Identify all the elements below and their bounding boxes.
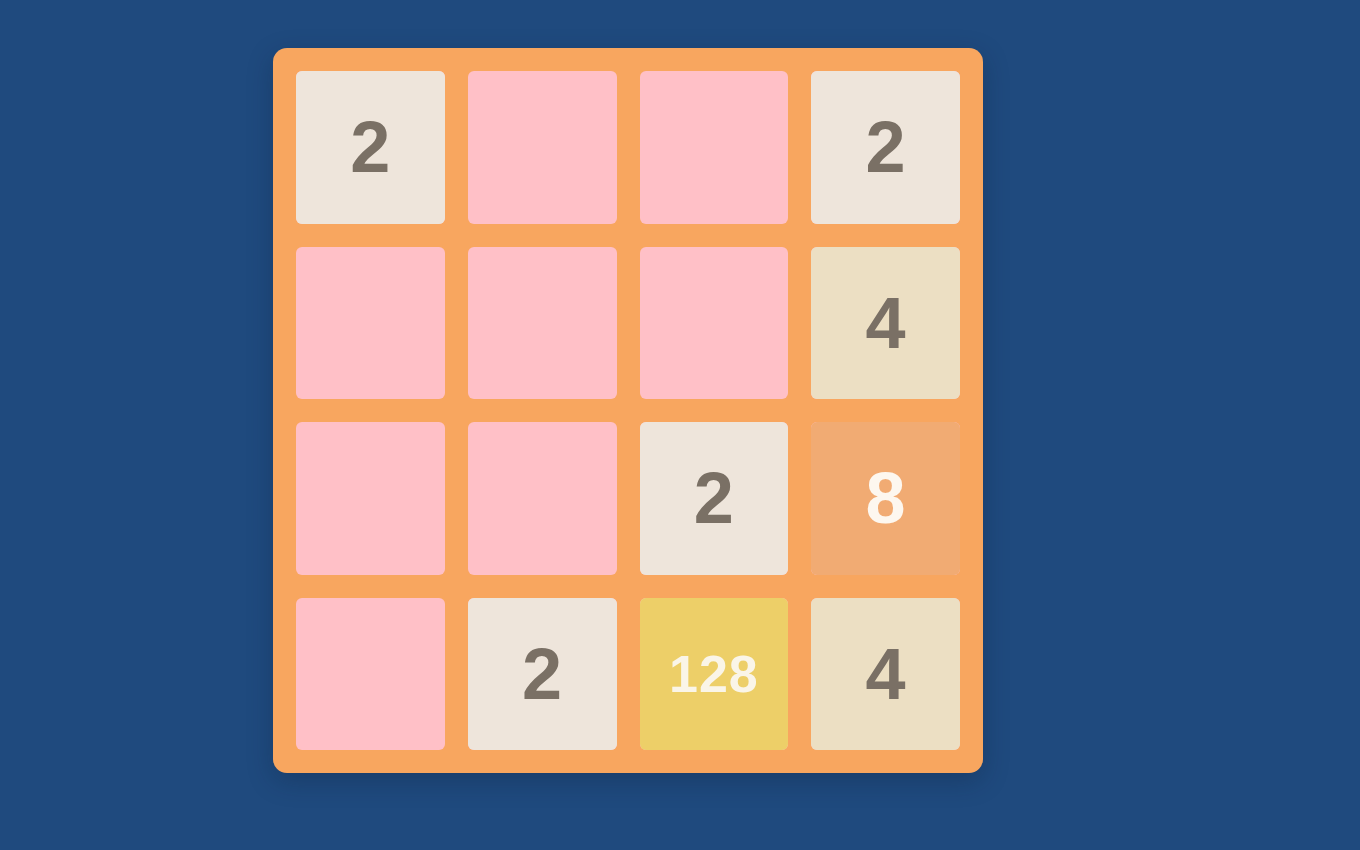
cell-r2c3 bbox=[640, 247, 789, 400]
cell-r2c4: 4 bbox=[811, 247, 960, 400]
cell-r3c2 bbox=[468, 422, 617, 575]
tile-2-r3c3: 2 bbox=[640, 422, 789, 575]
tile-4-r2c4: 4 bbox=[811, 247, 960, 400]
2048-board[interactable]: 2242821284 bbox=[273, 48, 983, 773]
cell-r4c4: 4 bbox=[811, 598, 960, 751]
cell-r1c4: 2 bbox=[811, 71, 960, 224]
cell-r1c2 bbox=[468, 71, 617, 224]
cell-r4c3: 128 bbox=[640, 598, 789, 751]
cell-r1c3 bbox=[640, 71, 789, 224]
tile-4-r4c4: 4 bbox=[811, 598, 960, 751]
cell-r3c1 bbox=[296, 422, 445, 575]
tile-128-r4c3: 128 bbox=[640, 598, 789, 751]
tile-2-r4c2: 2 bbox=[468, 598, 617, 751]
cell-r3c4: 8 bbox=[811, 422, 960, 575]
cell-r2c1 bbox=[296, 247, 445, 400]
tile-2-r1c4: 2 bbox=[811, 71, 960, 224]
cell-r4c1 bbox=[296, 598, 445, 751]
cell-r4c2: 2 bbox=[468, 598, 617, 751]
tile-8-r3c4: 8 bbox=[811, 422, 960, 575]
cell-r3c3: 2 bbox=[640, 422, 789, 575]
cell-r1c1: 2 bbox=[296, 71, 445, 224]
tile-2-r1c1: 2 bbox=[296, 71, 445, 224]
game-background: 2242821284 bbox=[0, 0, 1360, 850]
cell-r2c2 bbox=[468, 247, 617, 400]
